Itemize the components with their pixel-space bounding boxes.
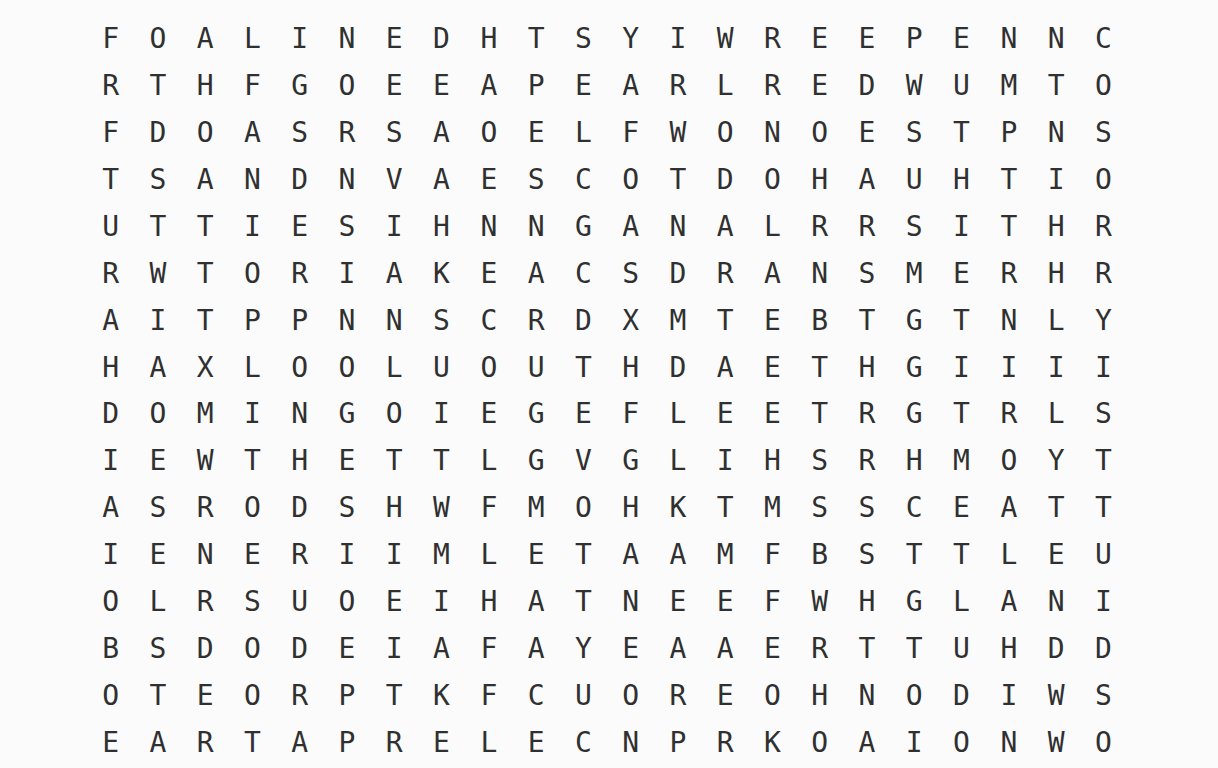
grid-cell[interactable]: A [843,157,890,204]
grid-cell[interactable]: P [323,719,370,766]
grid-cell[interactable]: L [1032,297,1079,344]
grid-cell[interactable]: N [182,532,229,579]
grid-cell[interactable]: N [607,719,654,766]
grid-cell[interactable]: G [891,391,938,438]
grid-cell[interactable]: U [1080,532,1127,579]
grid-cell[interactable]: C [465,297,512,344]
grid-cell[interactable]: L [749,204,796,251]
grid-cell[interactable]: N [985,719,1032,766]
grid-cell[interactable]: A [702,204,749,251]
grid-cell[interactable]: R [371,719,418,766]
grid-cell[interactable]: R [276,672,323,719]
grid-cell[interactable]: I [276,16,323,63]
grid-cell[interactable]: T [938,391,985,438]
grid-cell[interactable]: O [749,672,796,719]
grid-cell[interactable]: U [512,344,559,391]
grid-cell[interactable]: R [276,532,323,579]
grid-cell[interactable]: P [891,16,938,63]
grid-cell[interactable]: E [749,344,796,391]
grid-cell[interactable]: E [465,250,512,297]
grid-cell[interactable]: R [843,204,890,251]
grid-cell[interactable]: C [891,485,938,532]
grid-cell[interactable]: D [276,625,323,672]
grid-cell[interactable]: A [276,719,323,766]
grid-cell[interactable]: N [749,110,796,157]
grid-cell[interactable]: R [276,250,323,297]
grid-cell[interactable]: L [465,532,512,579]
grid-cell[interactable]: A [843,719,890,766]
grid-cell[interactable]: T [560,532,607,579]
grid-cell[interactable]: N [1032,16,1079,63]
grid-cell[interactable]: T [938,110,985,157]
grid-cell[interactable]: A [512,579,559,626]
grid-cell[interactable]: S [607,250,654,297]
grid-cell[interactable]: A [134,719,181,766]
grid-cell[interactable]: X [607,297,654,344]
grid-cell[interactable]: S [134,157,181,204]
grid-cell[interactable]: B [796,532,843,579]
grid-cell[interactable]: E [512,719,559,766]
grid-cell[interactable]: G [891,297,938,344]
grid-cell[interactable]: M [891,250,938,297]
grid-cell[interactable]: M [938,438,985,485]
grid-cell[interactable]: T [654,157,701,204]
grid-cell[interactable]: I [654,16,701,63]
grid-cell[interactable]: D [938,672,985,719]
grid-cell[interactable]: I [938,204,985,251]
grid-cell[interactable]: A [182,16,229,63]
grid-cell[interactable]: I [134,297,181,344]
grid-cell[interactable]: T [702,297,749,344]
grid-cell[interactable]: I [1032,157,1079,204]
grid-cell[interactable]: H [182,63,229,110]
grid-cell[interactable]: L [702,63,749,110]
grid-cell[interactable]: R [796,625,843,672]
grid-cell[interactable]: D [134,110,181,157]
grid-cell[interactable]: K [654,485,701,532]
grid-cell[interactable]: O [87,672,134,719]
grid-cell[interactable]: N [465,204,512,251]
grid-cell[interactable]: L [560,110,607,157]
grid-cell[interactable]: O [702,110,749,157]
grid-cell[interactable]: G [891,344,938,391]
grid-cell[interactable]: T [938,532,985,579]
grid-cell[interactable]: F [749,532,796,579]
grid-cell[interactable]: A [512,625,559,672]
grid-cell[interactable]: T [1032,485,1079,532]
grid-cell[interactable]: F [607,110,654,157]
grid-cell[interactable]: X [182,344,229,391]
grid-cell[interactable]: H [276,438,323,485]
grid-cell[interactable]: T [702,485,749,532]
grid-cell[interactable]: N [276,391,323,438]
grid-cell[interactable]: S [229,579,276,626]
grid-cell[interactable]: O [87,579,134,626]
grid-cell[interactable]: R [749,63,796,110]
grid-cell[interactable]: D [843,63,890,110]
grid-cell[interactable]: I [1032,344,1079,391]
grid-cell[interactable]: I [702,438,749,485]
grid-cell[interactable]: T [134,672,181,719]
grid-cell[interactable]: S [418,297,465,344]
grid-cell[interactable]: T [938,297,985,344]
grid-cell[interactable]: H [607,485,654,532]
grid-cell[interactable]: O [1080,719,1127,766]
grid-cell[interactable]: C [1080,16,1127,63]
grid-cell[interactable]: E [1032,532,1079,579]
grid-cell[interactable]: I [1080,579,1127,626]
grid-cell[interactable]: T [87,157,134,204]
grid-cell[interactable]: M [749,485,796,532]
grid-cell[interactable]: L [938,579,985,626]
grid-cell[interactable]: E [87,719,134,766]
grid-cell[interactable]: I [87,438,134,485]
grid-cell[interactable]: L [465,438,512,485]
grid-cell[interactable]: N [654,204,701,251]
grid-cell[interactable]: T [182,250,229,297]
grid-cell[interactable]: H [938,157,985,204]
grid-cell[interactable]: T [796,391,843,438]
grid-cell[interactable]: A [654,532,701,579]
grid-cell[interactable]: R [843,438,890,485]
grid-cell[interactable]: A [87,297,134,344]
grid-cell[interactable]: H [749,438,796,485]
grid-cell[interactable]: O [1080,157,1127,204]
grid-cell[interactable]: I [371,204,418,251]
grid-cell[interactable]: R [512,297,559,344]
grid-cell[interactable]: N [1032,579,1079,626]
grid-cell[interactable]: E [749,297,796,344]
grid-cell[interactable]: T [1080,485,1127,532]
grid-cell[interactable]: N [323,297,370,344]
grid-cell[interactable]: A [418,625,465,672]
grid-cell[interactable]: U [87,204,134,251]
grid-cell[interactable]: T [843,297,890,344]
grid-cell[interactable]: R [702,719,749,766]
grid-cell[interactable]: U [938,625,985,672]
grid-cell[interactable]: T [134,204,181,251]
grid-cell[interactable]: N [607,579,654,626]
grid-cell[interactable]: T [418,438,465,485]
grid-cell[interactable]: C [560,719,607,766]
grid-cell[interactable]: A [654,625,701,672]
grid-cell[interactable]: E [371,579,418,626]
grid-cell[interactable]: I [371,532,418,579]
grid-cell[interactable]: S [796,438,843,485]
grid-cell[interactable]: S [891,110,938,157]
grid-cell[interactable]: K [418,250,465,297]
grid-cell[interactable]: V [371,157,418,204]
grid-cell[interactable]: P [276,297,323,344]
grid-cell[interactable]: O [749,157,796,204]
grid-cell[interactable]: A [465,63,512,110]
grid-cell[interactable]: T [891,532,938,579]
grid-cell[interactable]: E [323,625,370,672]
grid-cell[interactable]: O [465,110,512,157]
grid-cell[interactable]: R [654,63,701,110]
grid-cell[interactable]: A [702,625,749,672]
grid-cell[interactable]: D [182,625,229,672]
grid-cell[interactable]: E [465,391,512,438]
grid-cell[interactable]: S [1080,110,1127,157]
grid-cell[interactable]: R [749,16,796,63]
grid-cell[interactable]: Y [560,625,607,672]
grid-cell[interactable]: U [418,344,465,391]
grid-cell[interactable]: S [796,485,843,532]
grid-cell[interactable]: S [843,485,890,532]
grid-cell[interactable]: S [512,157,559,204]
grid-cell[interactable]: L [985,532,1032,579]
grid-cell[interactable]: B [87,625,134,672]
grid-cell[interactable]: D [702,157,749,204]
grid-cell[interactable]: H [418,204,465,251]
grid-cell[interactable]: T [985,204,1032,251]
grid-cell[interactable]: A [418,110,465,157]
grid-cell[interactable]: E [749,391,796,438]
grid-cell[interactable]: R [1080,204,1127,251]
grid-cell[interactable]: T [985,157,1032,204]
grid-cell[interactable]: E [512,532,559,579]
grid-cell[interactable]: E [702,672,749,719]
grid-cell[interactable]: O [607,672,654,719]
grid-cell[interactable]: T [182,204,229,251]
grid-cell[interactable]: P [512,63,559,110]
grid-cell[interactable]: T [371,672,418,719]
grid-cell[interactable]: S [323,485,370,532]
grid-cell[interactable]: D [1080,625,1127,672]
grid-cell[interactable]: A [607,532,654,579]
grid-cell[interactable]: M [418,532,465,579]
grid-cell[interactable]: W [182,438,229,485]
grid-cell[interactable]: T [560,344,607,391]
grid-cell[interactable]: R [702,250,749,297]
grid-cell[interactable]: M [512,485,559,532]
grid-cell[interactable]: O [323,63,370,110]
grid-cell[interactable]: T [512,16,559,63]
grid-cell[interactable]: M [702,532,749,579]
grid-cell[interactable]: O [134,16,181,63]
grid-cell[interactable]: L [654,391,701,438]
grid-cell[interactable]: I [371,625,418,672]
grid-cell[interactable]: Y [1032,438,1079,485]
grid-cell[interactable]: H [843,579,890,626]
grid-cell[interactable]: P [323,672,370,719]
grid-cell[interactable]: E [371,63,418,110]
grid-cell[interactable]: W [418,485,465,532]
grid-cell[interactable]: S [843,250,890,297]
grid-cell[interactable]: F [465,672,512,719]
grid-cell[interactable]: R [182,485,229,532]
grid-cell[interactable]: I [985,344,1032,391]
grid-cell[interactable]: E [560,391,607,438]
grid-cell[interactable]: P [985,110,1032,157]
grid-cell[interactable]: O [182,110,229,157]
grid-cell[interactable]: L [229,16,276,63]
grid-cell[interactable]: G [891,579,938,626]
grid-cell[interactable]: H [891,438,938,485]
grid-cell[interactable]: F [229,63,276,110]
grid-cell[interactable]: A [182,157,229,204]
grid-cell[interactable]: O [229,250,276,297]
grid-cell[interactable]: I [229,204,276,251]
grid-cell[interactable]: N [985,297,1032,344]
grid-cell[interactable]: R [843,391,890,438]
grid-cell[interactable]: Y [607,16,654,63]
grid-cell[interactable]: F [87,110,134,157]
grid-cell[interactable]: H [465,579,512,626]
grid-cell[interactable]: O [796,719,843,766]
grid-cell[interactable]: E [843,16,890,63]
grid-cell[interactable]: U [560,672,607,719]
grid-cell[interactable]: R [87,63,134,110]
grid-cell[interactable]: N [796,250,843,297]
grid-cell[interactable]: B [796,297,843,344]
grid-cell[interactable]: S [134,485,181,532]
grid-cell[interactable]: T [134,63,181,110]
grid-cell[interactable]: S [1080,672,1127,719]
grid-cell[interactable]: E [418,63,465,110]
grid-cell[interactable]: U [891,157,938,204]
grid-cell[interactable]: H [465,16,512,63]
grid-cell[interactable]: R [985,391,1032,438]
grid-cell[interactable]: R [985,250,1032,297]
grid-cell[interactable]: O [938,719,985,766]
grid-cell[interactable]: I [418,579,465,626]
grid-cell[interactable]: N [371,297,418,344]
grid-cell[interactable]: T [796,344,843,391]
grid-cell[interactable]: O [229,485,276,532]
grid-cell[interactable]: E [938,485,985,532]
grid-cell[interactable]: I [229,391,276,438]
grid-cell[interactable]: R [654,672,701,719]
grid-cell[interactable]: F [465,485,512,532]
grid-cell[interactable]: E [702,391,749,438]
grid-cell[interactable]: M [654,297,701,344]
grid-cell[interactable]: I [985,672,1032,719]
grid-cell[interactable]: I [323,250,370,297]
grid-cell[interactable]: O [323,579,370,626]
grid-cell[interactable]: T [560,579,607,626]
grid-cell[interactable]: O [134,391,181,438]
grid-cell[interactable]: M [985,63,1032,110]
grid-cell[interactable]: L [654,438,701,485]
grid-cell[interactable]: G [560,204,607,251]
grid-cell[interactable]: I [938,344,985,391]
grid-cell[interactable]: D [418,16,465,63]
grid-cell[interactable]: E [323,438,370,485]
grid-cell[interactable]: D [560,297,607,344]
grid-cell[interactable]: N [512,204,559,251]
grid-cell[interactable]: U [276,579,323,626]
grid-cell[interactable]: G [607,438,654,485]
grid-cell[interactable]: H [371,485,418,532]
grid-cell[interactable]: I [87,532,134,579]
grid-cell[interactable]: E [418,719,465,766]
grid-cell[interactable]: E [938,250,985,297]
grid-cell[interactable]: U [938,63,985,110]
grid-cell[interactable]: F [749,579,796,626]
grid-cell[interactable]: W [134,250,181,297]
grid-cell[interactable]: A [985,579,1032,626]
grid-cell[interactable]: T [1080,438,1127,485]
grid-cell[interactable]: A [371,250,418,297]
grid-cell[interactable]: E [749,625,796,672]
grid-cell[interactable]: O [985,438,1032,485]
grid-cell[interactable]: T [229,438,276,485]
grid-cell[interactable]: Y [1080,297,1127,344]
grid-cell[interactable]: W [891,63,938,110]
grid-cell[interactable]: L [1032,391,1079,438]
grid-cell[interactable]: L [371,344,418,391]
grid-cell[interactable]: R [323,110,370,157]
grid-cell[interactable]: H [1032,204,1079,251]
grid-cell[interactable]: O [560,485,607,532]
grid-cell[interactable]: E [654,579,701,626]
grid-cell[interactable]: A [87,485,134,532]
grid-cell[interactable]: N [1032,110,1079,157]
grid-cell[interactable]: S [371,110,418,157]
grid-cell[interactable]: A [418,157,465,204]
grid-cell[interactable]: O [1080,63,1127,110]
grid-cell[interactable]: H [796,157,843,204]
grid-cell[interactable]: F [465,625,512,672]
grid-cell[interactable]: W [702,16,749,63]
grid-cell[interactable]: H [843,344,890,391]
grid-cell[interactable]: D [654,250,701,297]
grid-cell[interactable]: F [87,16,134,63]
grid-cell[interactable]: A [749,250,796,297]
grid-cell[interactable]: N [229,157,276,204]
grid-cell[interactable]: W [1032,672,1079,719]
grid-cell[interactable]: K [749,719,796,766]
grid-cell[interactable]: E [371,16,418,63]
grid-cell[interactable]: S [276,110,323,157]
grid-cell[interactable]: N [985,16,1032,63]
grid-cell[interactable]: O [465,344,512,391]
grid-cell[interactable]: D [1032,625,1079,672]
grid-cell[interactable]: L [229,344,276,391]
grid-cell[interactable]: D [276,485,323,532]
grid-cell[interactable]: G [512,391,559,438]
grid-cell[interactable]: O [229,625,276,672]
grid-cell[interactable]: T [371,438,418,485]
grid-cell[interactable]: H [1032,250,1079,297]
grid-cell[interactable]: S [560,16,607,63]
grid-cell[interactable]: D [654,344,701,391]
grid-cell[interactable]: A [229,110,276,157]
grid-cell[interactable]: R [796,204,843,251]
grid-cell[interactable]: C [512,672,559,719]
grid-cell[interactable]: G [323,391,370,438]
grid-cell[interactable]: R [182,579,229,626]
grid-cell[interactable]: S [323,204,370,251]
grid-cell[interactable]: L [465,719,512,766]
grid-cell[interactable]: E [796,63,843,110]
grid-cell[interactable]: A [134,344,181,391]
grid-cell[interactable]: L [134,579,181,626]
grid-cell[interactable]: T [1032,63,1079,110]
grid-cell[interactable]: T [229,719,276,766]
grid-cell[interactable]: I [323,532,370,579]
grid-cell[interactable]: R [182,719,229,766]
grid-cell[interactable]: T [891,625,938,672]
grid-cell[interactable]: E [134,438,181,485]
grid-cell[interactable]: D [87,391,134,438]
grid-cell[interactable]: E [276,204,323,251]
grid-cell[interactable]: E [229,532,276,579]
grid-cell[interactable]: H [87,344,134,391]
grid-cell[interactable]: A [607,204,654,251]
